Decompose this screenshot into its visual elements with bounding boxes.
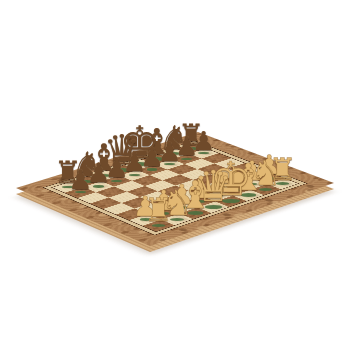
product-photo: ♜♞♝♛♚♝♞♜♟♟♟♟♟♟♟♟♟♟♟♟♟♟♟♟♜♞♝♛♚♝♞♜ [0,0,350,350]
chess-board [16,132,334,246]
board-squares [51,143,299,232]
